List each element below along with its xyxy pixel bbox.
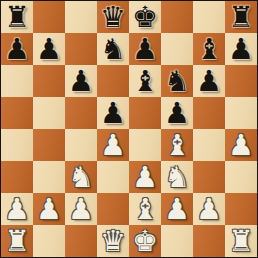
- square-a5[interactable]: [1, 97, 33, 129]
- piece-black-pawn[interactable]: ♟: [65, 65, 97, 97]
- piece-white-pawn[interactable]: ♟: [1, 193, 33, 225]
- square-d6[interactable]: [97, 65, 129, 97]
- piece-white-pawn[interactable]: ♟: [97, 129, 129, 161]
- square-g3[interactable]: [193, 161, 225, 193]
- square-b1[interactable]: [33, 225, 65, 257]
- square-b7[interactable]: ♟: [33, 33, 65, 65]
- piece-white-knight[interactable]: ♞: [161, 161, 193, 193]
- square-b2[interactable]: ♟: [33, 193, 65, 225]
- square-f8[interactable]: [161, 1, 193, 33]
- square-h7[interactable]: ♟: [225, 33, 257, 65]
- piece-black-queen[interactable]: ♛: [97, 1, 129, 33]
- square-e4[interactable]: [129, 129, 161, 161]
- square-a4[interactable]: [1, 129, 33, 161]
- square-d3[interactable]: [97, 161, 129, 193]
- square-g5[interactable]: [193, 97, 225, 129]
- square-e3[interactable]: ♟: [129, 161, 161, 193]
- square-a1[interactable]: ♜: [1, 225, 33, 257]
- piece-black-rook[interactable]: ♜: [225, 1, 257, 33]
- square-c1[interactable]: [65, 225, 97, 257]
- square-b3[interactable]: [33, 161, 65, 193]
- chess-board: ♜♛♚♜♟♟♞♟♝♟♟♝♞♟♟♟♟♝♟♞♟♞♟♟♟♝♟♟♜♛♚♜: [0, 0, 258, 258]
- piece-white-pawn[interactable]: ♟: [161, 193, 193, 225]
- piece-black-bishop[interactable]: ♝: [129, 65, 161, 97]
- square-d5[interactable]: ♟: [97, 97, 129, 129]
- square-g8[interactable]: [193, 1, 225, 33]
- square-g7[interactable]: ♝: [193, 33, 225, 65]
- piece-black-pawn[interactable]: ♟: [129, 33, 161, 65]
- piece-white-knight[interactable]: ♞: [65, 161, 97, 193]
- piece-black-knight[interactable]: ♞: [161, 65, 193, 97]
- piece-white-king[interactable]: ♚: [129, 225, 161, 257]
- square-g6[interactable]: ♟: [193, 65, 225, 97]
- square-f3[interactable]: ♞: [161, 161, 193, 193]
- piece-white-pawn[interactable]: ♟: [225, 129, 257, 161]
- square-e6[interactable]: ♝: [129, 65, 161, 97]
- square-c7[interactable]: [65, 33, 97, 65]
- square-c8[interactable]: [65, 1, 97, 33]
- square-c4[interactable]: [65, 129, 97, 161]
- square-f2[interactable]: ♟: [161, 193, 193, 225]
- square-f1[interactable]: [161, 225, 193, 257]
- square-b5[interactable]: [33, 97, 65, 129]
- piece-black-pawn[interactable]: ♟: [1, 33, 33, 65]
- square-h5[interactable]: [225, 97, 257, 129]
- piece-black-pawn[interactable]: ♟: [161, 97, 193, 129]
- square-a2[interactable]: ♟: [1, 193, 33, 225]
- piece-white-rook[interactable]: ♜: [1, 225, 33, 257]
- piece-black-rook[interactable]: ♜: [1, 1, 33, 33]
- square-g1[interactable]: [193, 225, 225, 257]
- square-h8[interactable]: ♜: [225, 1, 257, 33]
- piece-white-pawn[interactable]: ♟: [193, 193, 225, 225]
- square-f5[interactable]: ♟: [161, 97, 193, 129]
- piece-black-pawn[interactable]: ♟: [193, 65, 225, 97]
- square-g2[interactable]: ♟: [193, 193, 225, 225]
- piece-white-pawn[interactable]: ♟: [129, 161, 161, 193]
- square-d8[interactable]: ♛: [97, 1, 129, 33]
- square-a7[interactable]: ♟: [1, 33, 33, 65]
- piece-white-pawn[interactable]: ♟: [33, 193, 65, 225]
- square-d1[interactable]: ♛: [97, 225, 129, 257]
- square-a3[interactable]: [1, 161, 33, 193]
- square-e1[interactable]: ♚: [129, 225, 161, 257]
- square-b6[interactable]: [33, 65, 65, 97]
- piece-white-pawn[interactable]: ♟: [65, 193, 97, 225]
- square-c2[interactable]: ♟: [65, 193, 97, 225]
- square-e8[interactable]: ♚: [129, 1, 161, 33]
- piece-black-king[interactable]: ♚: [129, 1, 161, 33]
- square-d2[interactable]: [97, 193, 129, 225]
- square-f7[interactable]: [161, 33, 193, 65]
- square-h1[interactable]: ♜: [225, 225, 257, 257]
- square-b8[interactable]: [33, 1, 65, 33]
- square-f4[interactable]: ♝: [161, 129, 193, 161]
- piece-white-bishop[interactable]: ♝: [129, 193, 161, 225]
- square-d7[interactable]: ♞: [97, 33, 129, 65]
- square-e5[interactable]: [129, 97, 161, 129]
- piece-white-rook[interactable]: ♜: [225, 225, 257, 257]
- square-a6[interactable]: [1, 65, 33, 97]
- square-h4[interactable]: ♟: [225, 129, 257, 161]
- piece-white-queen[interactable]: ♛: [97, 225, 129, 257]
- square-a8[interactable]: ♜: [1, 1, 33, 33]
- square-h2[interactable]: [225, 193, 257, 225]
- piece-black-pawn[interactable]: ♟: [97, 97, 129, 129]
- square-c5[interactable]: [65, 97, 97, 129]
- piece-black-pawn[interactable]: ♟: [225, 33, 257, 65]
- square-e2[interactable]: ♝: [129, 193, 161, 225]
- piece-white-bishop[interactable]: ♝: [161, 129, 193, 161]
- square-h3[interactable]: [225, 161, 257, 193]
- square-d4[interactable]: ♟: [97, 129, 129, 161]
- square-h6[interactable]: [225, 65, 257, 97]
- square-c3[interactable]: ♞: [65, 161, 97, 193]
- square-b4[interactable]: [33, 129, 65, 161]
- square-e7[interactable]: ♟: [129, 33, 161, 65]
- piece-black-pawn[interactable]: ♟: [33, 33, 65, 65]
- piece-black-knight[interactable]: ♞: [97, 33, 129, 65]
- piece-black-bishop[interactable]: ♝: [193, 33, 225, 65]
- square-c6[interactable]: ♟: [65, 65, 97, 97]
- square-f6[interactable]: ♞: [161, 65, 193, 97]
- square-g4[interactable]: [193, 129, 225, 161]
